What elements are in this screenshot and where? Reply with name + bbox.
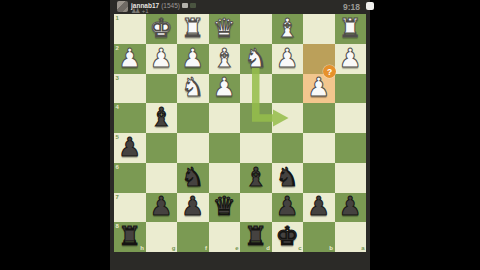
square-h1[interactable]: 1 (114, 14, 146, 44)
square-a2[interactable]: ♟ (335, 44, 367, 74)
piece-black-pawn[interactable]: ♟ (307, 193, 330, 219)
square-b7[interactable]: ♟ (303, 193, 335, 223)
piece-black-pawn[interactable]: ♟ (276, 193, 299, 219)
square-a7[interactable]: ♟ (335, 193, 367, 223)
square-a6[interactable] (335, 163, 367, 193)
piece-white-knight[interactable]: ♞ (181, 74, 204, 100)
square-e7[interactable]: ♛ (209, 193, 241, 223)
piece-white-pawn[interactable]: ♟ (118, 45, 141, 71)
rank-label: 3 (116, 75, 119, 81)
piece-black-knight[interactable]: ♞ (276, 164, 299, 190)
square-e4[interactable] (209, 103, 241, 133)
chess-board[interactable]: 1♚♜♛♝♜2♟♟♟♝♞♟♟3♞♟♟4♝5♟6♞♝♞7♟♟♛♟♟♟8h♜gfed… (114, 14, 366, 252)
piece-black-pawn[interactable]: ♟ (181, 193, 204, 219)
flair-icon (190, 3, 196, 8)
square-e8[interactable]: e (209, 222, 241, 252)
file-label: g (172, 245, 176, 251)
square-c4[interactable] (272, 103, 304, 133)
square-e1[interactable]: ♛ (209, 14, 241, 44)
file-label: e (235, 245, 238, 251)
piece-white-pawn[interactable]: ♟ (150, 45, 173, 71)
square-d3[interactable] (240, 74, 272, 104)
piece-black-knight[interactable]: ♞ (181, 164, 204, 190)
square-c3[interactable] (272, 74, 304, 104)
square-c2[interactable]: ♟ (272, 44, 304, 74)
flair-icon (182, 3, 188, 8)
square-g8[interactable]: g (146, 222, 178, 252)
piece-white-rook[interactable]: ♜ (181, 15, 204, 41)
square-g2[interactable]: ♟ (146, 44, 178, 74)
square-g3[interactable] (146, 74, 178, 104)
square-b6[interactable] (303, 163, 335, 193)
piece-white-bishop[interactable]: ♝ (213, 45, 236, 71)
piece-black-bishop[interactable]: ♝ (150, 104, 173, 130)
square-g4[interactable]: ♝ (146, 103, 178, 133)
piece-white-queen[interactable]: ♛ (213, 15, 236, 41)
piece-white-pawn[interactable]: ♟ (307, 74, 330, 100)
square-h6[interactable]: 6 (114, 163, 146, 193)
square-c1[interactable]: ♝ (272, 14, 304, 44)
square-e3[interactable]: ♟ (209, 74, 241, 104)
rank-label: 6 (116, 164, 119, 170)
piece-white-rook[interactable]: ♜ (339, 15, 362, 41)
top-player-avatar[interactable] (117, 1, 128, 12)
rank-label: 7 (116, 194, 119, 200)
square-b5[interactable] (303, 133, 335, 163)
rank-label: 4 (116, 104, 119, 110)
edge-ui-fragment (366, 2, 374, 10)
square-e6[interactable] (209, 163, 241, 193)
square-g6[interactable] (146, 163, 178, 193)
square-a5[interactable] (335, 133, 367, 163)
square-b8[interactable]: b (303, 222, 335, 252)
square-h8[interactable]: 8h♜ (114, 222, 146, 252)
square-b4[interactable] (303, 103, 335, 133)
piece-white-knight[interactable]: ♞ (244, 45, 267, 71)
square-d4[interactable] (240, 103, 272, 133)
rank-label: 1 (116, 15, 119, 21)
piece-white-pawn[interactable]: ♟ (276, 45, 299, 71)
square-h2[interactable]: 2♟ (114, 44, 146, 74)
square-c5[interactable] (272, 133, 304, 163)
square-d1[interactable] (240, 14, 272, 44)
piece-white-king[interactable]: ♚ (150, 15, 173, 41)
file-label: f (205, 245, 207, 251)
piece-white-bishop[interactable]: ♝ (276, 15, 299, 41)
square-d6[interactable]: ♝ (240, 163, 272, 193)
piece-white-pawn[interactable]: ♟ (339, 45, 362, 71)
square-e5[interactable] (209, 133, 241, 163)
screen: jannab17 (1545) ♟♟ +1 9:18 1♚♜♛♝♜2♟♟♟♝♞♟… (0, 0, 480, 270)
square-a3[interactable] (335, 74, 367, 104)
square-f4[interactable] (177, 103, 209, 133)
square-f7[interactable]: ♟ (177, 193, 209, 223)
piece-black-pawn[interactable]: ♟ (339, 193, 362, 219)
piece-black-pawn[interactable]: ♟ (150, 193, 173, 219)
square-c6[interactable]: ♞ (272, 163, 304, 193)
square-g7[interactable]: ♟ (146, 193, 178, 223)
square-f1[interactable]: ♜ (177, 14, 209, 44)
square-f3[interactable]: ♞ (177, 74, 209, 104)
piece-black-rook[interactable]: ♜ (244, 223, 267, 249)
square-h7[interactable]: 7 (114, 193, 146, 223)
square-d2[interactable]: ♞ (240, 44, 272, 74)
mistake-badge: ? (323, 65, 336, 78)
square-d8[interactable]: d♜ (240, 222, 272, 252)
piece-black-queen[interactable]: ♛ (213, 193, 236, 219)
top-player-clock: 9:18 (343, 2, 360, 12)
piece-black-rook[interactable]: ♜ (118, 223, 141, 249)
square-d7[interactable] (240, 193, 272, 223)
square-a8[interactable]: a (335, 222, 367, 252)
square-a1[interactable]: ♜ (335, 14, 367, 44)
square-a4[interactable] (335, 103, 367, 133)
file-label: a (361, 245, 364, 251)
top-player-rating: (1545) (161, 2, 180, 9)
square-d5[interactable] (240, 133, 272, 163)
square-f8[interactable]: f (177, 222, 209, 252)
square-h4[interactable]: 4 (114, 103, 146, 133)
square-h3[interactable]: 3 (114, 74, 146, 104)
piece-white-pawn[interactable]: ♟ (181, 45, 204, 71)
square-e2[interactable]: ♝ (209, 44, 241, 74)
square-c7[interactable]: ♟ (272, 193, 304, 223)
piece-black-king[interactable]: ♚ (276, 223, 299, 249)
bottom-player-bar[interactable]: ImagineDranginChess (1140) ◆ ♟ 9:28 (110, 252, 370, 270)
square-g1[interactable]: ♚ (146, 14, 178, 44)
square-b1[interactable] (303, 14, 335, 44)
chess-app-window: jannab17 (1545) ♟♟ +1 9:18 1♚♜♛♝♜2♟♟♟♝♞♟… (110, 0, 370, 270)
square-c8[interactable]: c♚ (272, 222, 304, 252)
piece-black-bishop[interactable]: ♝ (244, 164, 267, 190)
square-f6[interactable]: ♞ (177, 163, 209, 193)
piece-black-pawn[interactable]: ♟ (118, 134, 141, 160)
piece-white-pawn[interactable]: ♟ (213, 74, 236, 100)
square-h5[interactable]: 5♟ (114, 133, 146, 163)
square-f2[interactable]: ♟ (177, 44, 209, 74)
square-g5[interactable] (146, 133, 178, 163)
square-f5[interactable] (177, 133, 209, 163)
file-label: b (329, 245, 333, 251)
